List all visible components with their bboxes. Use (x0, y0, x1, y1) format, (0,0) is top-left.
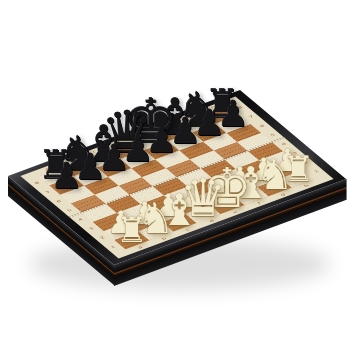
pieces-layer: ♜♞♟♝♟♚♟♛♟♝♟♞♟♟♜♟♟♜♟♟♞♟♝♟♚♟♛♟♝♟♞♜ (0, 0, 360, 360)
chess-set-product-photo: aa88bb77cc66dd55ee44ff33gg22hh11 ♜♞♟♝♟♚♟… (0, 0, 360, 360)
white-rook-a1[interactable]: ♜ (116, 213, 147, 248)
black-pawn-a7[interactable]: ♟ (50, 158, 82, 194)
